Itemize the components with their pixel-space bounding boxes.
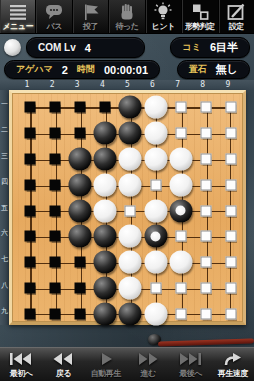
black-territory-marker-r4c2[interactable] — [50, 179, 61, 190]
white-territory-marker-r4c9[interactable] — [225, 179, 236, 190]
black-stone-r7c4[interactable] — [94, 251, 117, 274]
handicap-value: 無し — [216, 62, 238, 77]
top-toolbar: メニューパス投了待ったヒント形勢判定設定 — [0, 0, 254, 34]
black-stone-r9c4[interactable] — [94, 303, 117, 326]
white-territory-marker-r4c8[interactable] — [200, 179, 211, 190]
column-label-1: 1 — [25, 80, 30, 90]
playback-speed-label: 再生速度 — [218, 368, 248, 379]
black-territory-marker-r8c2[interactable] — [50, 283, 61, 294]
white-stone-r5c6[interactable] — [144, 199, 167, 222]
row-label-2: 二 — [0, 125, 9, 135]
handicap-label: 置石 — [189, 63, 207, 76]
app-window: メニューパス投了待ったヒント形勢判定設定 COM Lv 4 コミ 6目半 アゲハ… — [0, 0, 254, 381]
hint-bulb-icon — [153, 2, 173, 21]
white-territory-marker-r6c7[interactable] — [175, 231, 186, 242]
row-label-9: 九 — [0, 306, 9, 316]
com-label: COM Lv — [38, 42, 76, 53]
komi-pill: コミ 6目半 — [170, 37, 250, 58]
white-stone-r4c5[interactable] — [119, 173, 142, 196]
black-stone-r8c4[interactable] — [94, 277, 117, 300]
white-stone-r1c6[interactable] — [144, 96, 167, 119]
black-territory-marker-r6c2[interactable] — [50, 231, 61, 242]
white-territory-marker-r9c9[interactable] — [225, 309, 236, 320]
white-territory-marker-r4c6[interactable] — [150, 179, 161, 190]
status-row-bottom: アゲハマ 2 時間 00:00:01 置石 無し — [0, 60, 254, 79]
black-territory-marker-r2c3[interactable] — [75, 127, 86, 138]
resign-flag-icon — [81, 2, 101, 21]
go-board[interactable] — [9, 90, 246, 325]
black-stone-r6c3[interactable] — [69, 225, 92, 248]
playback-forward-button[interactable]: 進む — [127, 348, 169, 381]
column-label-7: 7 — [175, 80, 180, 90]
white-territory-marker-r8c7[interactable] — [175, 283, 186, 294]
white-stone-r3c7[interactable] — [169, 147, 192, 170]
white-territory-marker-r2c7[interactable] — [175, 127, 186, 138]
playback-back-button[interactable]: 戻る — [42, 348, 84, 381]
rewind-icon — [51, 352, 75, 367]
pass-bubble-icon — [44, 2, 64, 21]
black-stone-r2c4[interactable] — [94, 121, 117, 144]
column-label-9: 9 — [225, 80, 230, 90]
white-stone-r7c7[interactable] — [169, 251, 192, 274]
row-label-5: 五 — [0, 203, 9, 213]
row-label-6: 六 — [0, 228, 9, 238]
white-stone-r9c6[interactable] — [144, 303, 167, 326]
column-label-6: 6 — [150, 80, 155, 90]
black-territory-marker-r1c1[interactable] — [25, 102, 36, 113]
black-territory-marker-r5c1[interactable] — [25, 205, 36, 216]
black-territory-marker-r7c1[interactable] — [25, 257, 36, 268]
undo-hand-icon — [117, 2, 137, 21]
black-territory-marker-r7c3[interactable] — [75, 257, 86, 268]
handicap-pill: 置石 無し — [177, 60, 250, 79]
white-territory-marker-r1c8[interactable] — [200, 102, 211, 113]
menu-icon — [8, 2, 28, 21]
toolbar-hint-label: ヒント — [152, 21, 175, 32]
column-label-5: 5 — [125, 80, 130, 90]
toolbar-judge-button[interactable]: 形勢判定 — [182, 0, 218, 33]
black-territory-marker-r2c2[interactable] — [50, 127, 61, 138]
status-row-top: COM Lv 4 コミ 6目半 — [0, 37, 254, 58]
toolbar-hint-button[interactable]: ヒント — [146, 0, 182, 33]
komi-label: コミ — [182, 41, 200, 54]
white-stone-r3c6[interactable] — [144, 147, 167, 170]
row-label-7: 七 — [0, 254, 9, 264]
board-row-labels: 一二三四五六七八九 — [0, 90, 9, 325]
white-territory-marker-r5c5[interactable] — [125, 205, 136, 216]
com-level-value: 4 — [85, 42, 91, 54]
dead-black-stone-r6c6[interactable] — [144, 225, 167, 248]
dead-black-stone-r5c7[interactable] — [169, 199, 192, 222]
white-stone-r4c4[interactable] — [94, 173, 117, 196]
black-stone-r6c4[interactable] — [94, 225, 117, 248]
black-territory-marker-r7c2[interactable] — [50, 257, 61, 268]
black-stone-r5c3[interactable] — [69, 199, 92, 222]
skip-first-icon — [9, 352, 33, 367]
white-stone-r8c5[interactable] — [119, 277, 142, 300]
black-territory-marker-r9c1[interactable] — [25, 309, 36, 320]
playback-autoplay-button[interactable]: 自動再生 — [85, 348, 127, 381]
black-territory-marker-r3c2[interactable] — [50, 153, 61, 164]
white-territory-marker-r7c9[interactable] — [225, 257, 236, 268]
toolbar-resign-label: 投了 — [83, 21, 98, 32]
toolbar-pass-label: パス — [46, 21, 61, 32]
playback-back-label: 戻る — [56, 368, 71, 379]
white-territory-marker-r2c8[interactable] — [200, 127, 211, 138]
black-stone-r9c5[interactable] — [119, 303, 142, 326]
white-territory-marker-r5c8[interactable] — [200, 205, 211, 216]
white-territory-marker-r9c8[interactable] — [200, 309, 211, 320]
fast-forward-icon — [136, 352, 160, 367]
column-label-3: 3 — [75, 80, 80, 90]
replay-speed-icon — [221, 352, 245, 367]
black-territory-marker-r1c3[interactable] — [75, 102, 86, 113]
white-territory-marker-r8c8[interactable] — [200, 283, 211, 294]
row-label-4: 四 — [0, 177, 9, 187]
white-stone-r4c7[interactable] — [169, 173, 192, 196]
settings-edit-icon — [226, 2, 246, 21]
playback-first-button[interactable]: 最初へ — [0, 348, 42, 381]
white-turn-stone-icon — [4, 39, 21, 56]
black-territory-marker-r9c3[interactable] — [75, 309, 86, 320]
white-stone-r6c5[interactable] — [119, 225, 142, 248]
toolbar-menu-label: メニュー — [2, 21, 33, 32]
white-territory-marker-r2c9[interactable] — [225, 127, 236, 138]
play-icon — [94, 352, 118, 367]
white-territory-marker-r1c7[interactable] — [175, 102, 186, 113]
white-stone-r7c6[interactable] — [144, 251, 167, 274]
black-territory-marker-r1c2[interactable] — [50, 102, 61, 113]
white-territory-marker-r1c9[interactable] — [225, 102, 236, 113]
toolbar-undo-button[interactable]: 待った — [109, 0, 145, 33]
playback-first-label: 最初へ — [10, 368, 33, 379]
playback-last-button[interactable]: 最後へ — [169, 348, 211, 381]
white-territory-marker-r8c6[interactable] — [150, 283, 161, 294]
black-territory-marker-r1c4[interactable] — [100, 102, 111, 113]
black-stone-r3c3[interactable] — [69, 147, 92, 170]
row-label-3: 三 — [0, 151, 9, 161]
white-territory-marker-r3c8[interactable] — [200, 153, 211, 164]
white-territory-marker-r8c9[interactable] — [225, 283, 236, 294]
white-territory-marker-r3c9[interactable] — [225, 153, 236, 164]
column-label-8: 8 — [200, 80, 205, 90]
dead-stone-marker — [151, 231, 161, 241]
black-stone-r2c5[interactable] — [119, 121, 142, 144]
white-stone-r2c6[interactable] — [144, 121, 167, 144]
com-level-pill: COM Lv 4 — [26, 37, 145, 58]
agehama-label: アゲハマ — [16, 63, 53, 76]
playback-toolbar: 最初へ戻る自動再生進む最後へ再生速度 — [0, 347, 254, 381]
playback-speed-button[interactable]: 再生速度 — [212, 348, 254, 381]
toolbar-judge-label: 形勢判定 — [185, 21, 215, 32]
toolbar-settings-label: 設定 — [229, 21, 244, 32]
column-label-4: 4 — [100, 80, 105, 90]
white-territory-marker-r7c8[interactable] — [200, 257, 211, 268]
black-territory-marker-r2c1[interactable] — [25, 127, 36, 138]
playback-autoplay-label: 自動再生 — [91, 368, 121, 379]
black-stone-r3c4[interactable] — [94, 147, 117, 170]
captures-time-pill: アゲハマ 2 時間 00:00:01 — [4, 60, 160, 79]
column-label-2: 2 — [50, 80, 55, 90]
black-territory-marker-r8c3[interactable] — [75, 283, 86, 294]
black-territory-marker-r6c1[interactable] — [25, 231, 36, 242]
white-territory-marker-r5c9[interactable] — [225, 205, 236, 216]
white-territory-marker-r6c8[interactable] — [200, 231, 211, 242]
dead-stone-marker — [176, 206, 186, 216]
white-territory-marker-r6c9[interactable] — [225, 231, 236, 242]
playback-last-label: 最後へ — [179, 368, 202, 379]
black-territory-marker-r5c2[interactable] — [50, 205, 61, 216]
white-territory-marker-r9c7[interactable] — [175, 309, 186, 320]
time-value: 00:00:01 — [104, 64, 148, 76]
toolbar-resign-button[interactable]: 投了 — [73, 0, 109, 33]
judge-squares-icon — [190, 2, 210, 21]
row-label-1: 一 — [0, 99, 9, 109]
time-label: 時間 — [77, 63, 95, 76]
komi-value: 6目半 — [210, 40, 238, 55]
black-territory-marker-r4c1[interactable] — [25, 179, 36, 190]
white-stone-r3c5[interactable] — [119, 147, 142, 170]
skip-last-icon — [178, 352, 202, 367]
toolbar-settings-button[interactable]: 設定 — [219, 0, 254, 33]
black-territory-marker-r9c2[interactable] — [50, 309, 61, 320]
black-territory-marker-r3c1[interactable] — [25, 153, 36, 164]
black-stone-r4c3[interactable] — [69, 173, 92, 196]
toolbar-pass-button[interactable]: パス — [36, 0, 72, 33]
toolbar-menu-button[interactable]: メニュー — [0, 0, 36, 33]
row-label-8: 八 — [0, 280, 9, 290]
white-stone-r5c4[interactable] — [94, 199, 117, 222]
toolbar-undo-label: 待った — [116, 21, 139, 32]
board-column-labels: 123456789 — [0, 80, 254, 90]
black-stone-r1c5[interactable] — [119, 96, 142, 119]
agehama-value: 2 — [62, 64, 68, 76]
white-stone-r7c5[interactable] — [119, 251, 142, 274]
decorative-red-stick — [158, 338, 254, 346]
black-territory-marker-r8c1[interactable] — [25, 283, 36, 294]
playback-forward-label: 進む — [141, 368, 156, 379]
